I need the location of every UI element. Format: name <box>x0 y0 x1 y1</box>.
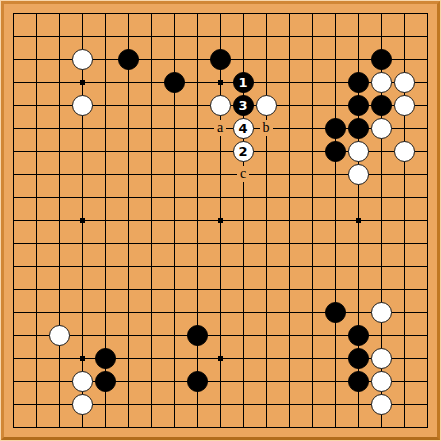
stone-white <box>49 325 70 346</box>
stone-white <box>394 95 415 116</box>
stone-white <box>371 72 392 93</box>
stone-white <box>210 95 231 116</box>
stone-black <box>348 95 369 116</box>
stone-black <box>348 348 369 369</box>
stone-white <box>72 394 93 415</box>
stone-white <box>371 348 392 369</box>
stone-black <box>325 118 346 139</box>
board-intersection-grid: 1342abc <box>2 2 439 439</box>
stone-white <box>256 95 277 116</box>
stone-white <box>348 164 369 185</box>
stone-white <box>72 95 93 116</box>
point-label-text: c <box>237 166 249 182</box>
stone-black <box>187 371 208 392</box>
stone-white-move-4: 4 <box>233 118 254 139</box>
stone-black <box>348 325 369 346</box>
go-board: 1342abc <box>0 0 441 441</box>
stone-black <box>371 95 392 116</box>
stone-black <box>118 49 139 70</box>
point-label-a: a <box>209 117 232 140</box>
stone-black <box>210 49 231 70</box>
stone-black-move-1: 1 <box>233 72 254 93</box>
stone-black <box>164 72 185 93</box>
stone-white <box>394 72 415 93</box>
stone-black <box>348 371 369 392</box>
stone-white <box>348 141 369 162</box>
stone-black <box>348 118 369 139</box>
stone-black <box>187 325 208 346</box>
point-label-c: c <box>232 163 255 186</box>
point-label-text: a <box>214 120 226 136</box>
stone-black <box>348 72 369 93</box>
stone-black <box>371 49 392 70</box>
stone-white <box>394 141 415 162</box>
stone-white <box>371 118 392 139</box>
point-label-b: b <box>255 117 278 140</box>
stone-black-move-3: 3 <box>233 95 254 116</box>
stone-black <box>325 302 346 323</box>
stone-white-move-2: 2 <box>233 141 254 162</box>
stone-white <box>72 49 93 70</box>
stone-white <box>371 394 392 415</box>
point-label-text: b <box>260 120 273 136</box>
stone-white <box>72 371 93 392</box>
stone-black <box>95 348 116 369</box>
stone-white <box>371 302 392 323</box>
stone-white <box>371 371 392 392</box>
stone-black <box>325 141 346 162</box>
stone-black <box>95 371 116 392</box>
